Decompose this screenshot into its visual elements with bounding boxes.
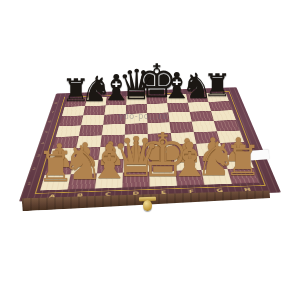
chess-set-photo: ABCDEFGH 87654321 ♜♞♝♛♚♝♞♜♟♟♟♟♟♟♟♟♜♞♝♛♚♝… [0,0,300,300]
rank-label-3: 3 [36,154,41,157]
rank-label-4: 4 [40,142,45,145]
rank-label-5: 5 [44,131,48,134]
board-border-line [34,91,265,193]
brass-clasp-knob-icon [143,200,152,211]
label-sticker [249,149,270,160]
rank-label-7: 7 [51,111,55,113]
rank-label-2: 2 [32,167,37,170]
board-frame: ABCDEFGH 87654321 [19,87,281,201]
rank-label-8: 8 [54,102,58,104]
rank-label-1: 1 [27,181,32,185]
rank-label-6: 6 [48,120,52,123]
